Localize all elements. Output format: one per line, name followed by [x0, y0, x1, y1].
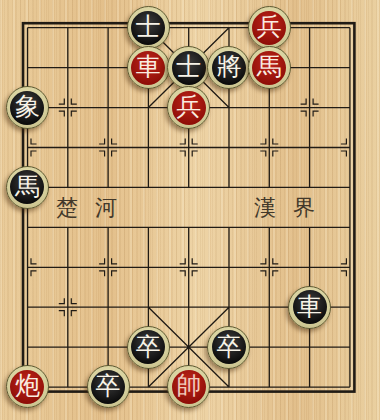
red-disc: 馬 [252, 51, 286, 85]
piece-black-advisor[interactable]: 士 [127, 6, 170, 49]
red-disc: 帥 [172, 370, 206, 404]
piece-glyph-red-soldier: 兵 [257, 14, 282, 39]
red-disc: 車 [131, 51, 165, 85]
piece-black-soldier[interactable]: 卒 [127, 326, 170, 369]
black-disc: 將 [212, 51, 246, 85]
black-disc: 卒 [91, 370, 125, 404]
piece-black-advisor[interactable]: 士 [167, 46, 210, 89]
xiangqi-board: 楚河 漢界 士兵車士將馬象兵馬車卒卒炮卒帥 [0, 0, 380, 420]
red-disc: 兵 [252, 11, 286, 45]
red-disc: 兵 [172, 91, 206, 125]
black-disc: 象 [10, 91, 44, 125]
piece-red-cannon[interactable]: 炮 [6, 365, 49, 408]
piece-black-chariot[interactable]: 車 [288, 286, 331, 329]
piece-red-general[interactable]: 帥 [167, 365, 210, 408]
piece-black-general[interactable]: 將 [207, 46, 250, 89]
piece-glyph-red-general: 帥 [176, 373, 201, 398]
piece-black-soldier[interactable]: 卒 [207, 326, 250, 369]
piece-black-soldier[interactable]: 卒 [87, 365, 130, 408]
piece-glyph-black-advisor: 士 [176, 54, 201, 79]
black-disc: 士 [172, 51, 206, 85]
piece-black-horse[interactable]: 馬 [6, 166, 49, 209]
piece-black-elephant[interactable]: 象 [6, 86, 49, 129]
piece-glyph-red-horse: 馬 [257, 54, 282, 79]
piece-glyph-red-cannon: 炮 [15, 373, 40, 398]
piece-red-soldier[interactable]: 兵 [248, 6, 291, 49]
piece-glyph-black-horse: 馬 [15, 174, 40, 199]
piece-glyph-black-soldier: 卒 [136, 334, 161, 359]
piece-glyph-red-chariot: 車 [136, 54, 161, 79]
piece-glyph-black-chariot: 車 [297, 294, 322, 319]
red-disc: 炮 [10, 370, 44, 404]
piece-red-chariot[interactable]: 車 [127, 46, 170, 89]
piece-glyph-black-advisor: 士 [136, 14, 161, 39]
black-disc: 車 [293, 290, 327, 324]
black-disc: 卒 [212, 330, 246, 364]
piece-red-horse[interactable]: 馬 [248, 46, 291, 89]
pieces-grid: 士兵車士將馬象兵馬車卒卒炮卒帥 [7, 8, 370, 407]
black-disc: 馬 [10, 170, 44, 204]
black-disc: 卒 [131, 330, 165, 364]
piece-glyph-black-soldier: 卒 [216, 334, 241, 359]
black-disc: 士 [131, 11, 165, 45]
piece-glyph-red-soldier: 兵 [176, 94, 201, 119]
piece-glyph-black-general: 將 [216, 54, 241, 79]
piece-red-soldier[interactable]: 兵 [167, 86, 210, 129]
piece-glyph-black-soldier: 卒 [96, 373, 121, 398]
piece-glyph-black-elephant: 象 [15, 94, 40, 119]
